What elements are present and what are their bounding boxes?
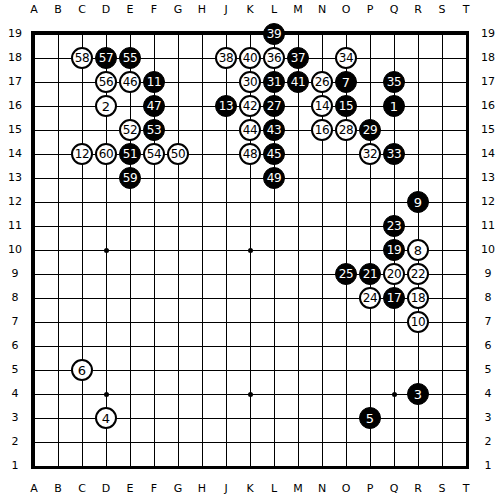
stone-black-19: 19	[383, 239, 405, 261]
row-label-left: 5	[3, 362, 27, 378]
stone-number: 14	[315, 99, 329, 113]
stone-number: 39	[267, 27, 281, 41]
stone-black-39: 39	[263, 23, 285, 45]
stone-white-48: 48	[239, 143, 261, 165]
column-label-top: R	[406, 2, 430, 18]
row-label-left: 18	[3, 50, 27, 66]
row-label-left: 19	[3, 26, 27, 42]
stone-white-2: 2	[95, 95, 117, 117]
stone-number: 7	[342, 74, 350, 89]
stone-number: 59	[123, 171, 137, 185]
row-label-right: 16	[476, 98, 500, 114]
stone-black-53: 53	[143, 119, 165, 141]
stone-white-24: 24	[359, 287, 381, 309]
stone-white-4: 4	[95, 407, 117, 429]
stone-number: 12	[75, 147, 89, 161]
column-label-top: Q	[382, 2, 406, 18]
stone-number: 29	[363, 123, 377, 137]
column-label-top: K	[238, 2, 262, 18]
stone-white-50: 50	[167, 143, 189, 165]
column-label-bottom: P	[358, 481, 382, 497]
column-label-top: A	[22, 2, 46, 18]
column-label-top: T	[454, 2, 478, 18]
column-label-top: E	[118, 2, 142, 18]
column-label-bottom: G	[166, 481, 190, 497]
stone-white-60: 60	[95, 143, 117, 165]
column-label-top: D	[94, 2, 118, 18]
stone-black-21: 21	[359, 263, 381, 285]
stone-number: 19	[387, 243, 401, 257]
stone-number: 11	[147, 75, 161, 89]
stone-black-47: 47	[143, 95, 165, 117]
stone-black-27: 27	[263, 95, 285, 117]
stone-number: 43	[267, 123, 281, 137]
row-label-left: 15	[3, 122, 27, 138]
stone-white-52: 52	[119, 119, 141, 141]
stone-number: 48	[243, 147, 257, 161]
stone-black-45: 45	[263, 143, 285, 165]
star-point-D10	[104, 248, 109, 253]
row-label-left: 11	[3, 218, 27, 234]
stone-number: 25	[339, 267, 353, 281]
stone-number: 6	[78, 362, 86, 377]
star-point-Q4	[392, 392, 397, 397]
stone-number: 23	[387, 219, 401, 233]
stone-white-42: 42	[239, 95, 261, 117]
stone-black-31: 31	[263, 71, 285, 93]
column-label-bottom: K	[238, 481, 262, 497]
stone-number: 20	[387, 267, 401, 281]
row-label-right: 12	[476, 194, 500, 210]
column-label-bottom: B	[46, 481, 70, 497]
stone-black-3: 3	[407, 383, 429, 405]
stone-number: 34	[339, 51, 353, 65]
row-label-right: 6	[476, 338, 500, 354]
row-label-right: 9	[476, 266, 500, 282]
stone-number: 17	[387, 291, 401, 305]
row-label-left: 17	[3, 74, 27, 90]
column-label-top: H	[190, 2, 214, 18]
stone-number: 38	[219, 51, 233, 65]
stone-black-37: 37	[287, 47, 309, 69]
column-label-bottom: N	[310, 481, 334, 497]
column-label-bottom: J	[214, 481, 238, 497]
stone-white-58: 58	[71, 47, 93, 69]
stone-number: 56	[99, 75, 113, 89]
column-label-top: O	[334, 2, 358, 18]
star-point-D4	[104, 392, 109, 397]
stone-white-22: 22	[407, 263, 429, 285]
stone-number: 60	[99, 147, 113, 161]
row-label-right: 1	[476, 458, 500, 474]
stone-black-43: 43	[263, 119, 285, 141]
column-label-bottom: F	[142, 481, 166, 497]
stone-black-5: 5	[359, 407, 381, 429]
row-label-right: 3	[476, 410, 500, 426]
row-label-right: 5	[476, 362, 500, 378]
column-label-bottom: M	[286, 481, 310, 497]
stone-number: 37	[291, 51, 305, 65]
column-label-top: G	[166, 2, 190, 18]
stone-number: 52	[123, 123, 137, 137]
row-label-right: 18	[476, 50, 500, 66]
stone-number: 4	[102, 410, 110, 425]
stone-number: 2	[102, 98, 110, 113]
row-label-right: 11	[476, 218, 500, 234]
stone-number: 31	[267, 75, 281, 89]
stone-number: 27	[267, 99, 281, 113]
stone-black-1: 1	[383, 95, 405, 117]
stone-white-18: 18	[407, 287, 429, 309]
row-label-left: 8	[3, 290, 27, 306]
column-label-top: P	[358, 2, 382, 18]
column-label-top: F	[142, 2, 166, 18]
row-label-right: 15	[476, 122, 500, 138]
column-label-top: N	[310, 2, 334, 18]
row-label-left: 14	[3, 146, 27, 162]
row-label-left: 4	[3, 386, 27, 402]
stone-number: 32	[363, 147, 377, 161]
stone-number: 16	[315, 123, 329, 137]
stone-black-11: 11	[143, 71, 165, 93]
stone-white-46: 46	[119, 71, 141, 93]
stone-white-44: 44	[239, 119, 261, 141]
stone-number: 36	[267, 51, 281, 65]
row-label-right: 7	[476, 314, 500, 330]
row-label-right: 13	[476, 170, 500, 186]
stone-white-8: 8	[407, 239, 429, 261]
stone-number: 53	[147, 123, 161, 137]
stone-number: 50	[171, 147, 185, 161]
stone-number: 24	[363, 291, 377, 305]
row-label-right: 8	[476, 290, 500, 306]
stone-number: 13	[219, 99, 233, 113]
stone-number: 30	[243, 75, 257, 89]
row-label-left: 3	[3, 410, 27, 426]
stone-number: 10	[411, 315, 425, 329]
stone-number: 5	[366, 410, 374, 425]
column-label-top: J	[214, 2, 238, 18]
row-label-left: 1	[3, 458, 27, 474]
stone-number: 3	[414, 386, 422, 401]
stone-black-23: 23	[383, 215, 405, 237]
column-label-bottom: S	[430, 481, 454, 497]
go-board: AABBCCDDEEFFGGHHJJKKLLMMNNOOPPQQRRSSTT19…	[0, 0, 500, 500]
stone-white-56: 56	[95, 71, 117, 93]
star-point-K10	[248, 248, 253, 253]
stone-white-38: 38	[215, 47, 237, 69]
row-label-left: 10	[3, 242, 27, 258]
row-label-right: 14	[476, 146, 500, 162]
star-point-K4	[248, 392, 253, 397]
stone-white-54: 54	[143, 143, 165, 165]
column-label-bottom: R	[406, 481, 430, 497]
column-label-bottom: H	[190, 481, 214, 497]
stone-white-6: 6	[71, 359, 93, 381]
row-label-right: 19	[476, 26, 500, 42]
stone-black-59: 59	[119, 167, 141, 189]
stone-white-10: 10	[407, 311, 429, 333]
row-label-left: 7	[3, 314, 27, 330]
row-label-right: 4	[476, 386, 500, 402]
stone-number: 21	[363, 267, 377, 281]
column-label-top: L	[262, 2, 286, 18]
stone-number: 55	[123, 51, 137, 65]
column-label-bottom: A	[22, 481, 46, 497]
row-label-left: 16	[3, 98, 27, 114]
column-label-top: S	[430, 2, 454, 18]
stone-number: 46	[123, 75, 137, 89]
column-label-bottom: D	[94, 481, 118, 497]
stone-white-28: 28	[335, 119, 357, 141]
stone-number: 51	[123, 147, 137, 161]
stone-number: 47	[147, 99, 161, 113]
column-label-bottom: O	[334, 481, 358, 497]
stone-number: 45	[267, 147, 281, 161]
stone-number: 41	[291, 75, 305, 89]
stone-white-16: 16	[311, 119, 333, 141]
row-label-left: 9	[3, 266, 27, 282]
stone-black-25: 25	[335, 263, 357, 285]
stone-white-20: 20	[383, 263, 405, 285]
stone-number: 35	[387, 75, 401, 89]
row-label-right: 10	[476, 242, 500, 258]
row-label-left: 6	[3, 338, 27, 354]
stone-number: 22	[411, 267, 425, 281]
column-label-bottom: L	[262, 481, 286, 497]
stone-white-40: 40	[239, 47, 261, 69]
stone-black-55: 55	[119, 47, 141, 69]
stone-black-35: 35	[383, 71, 405, 93]
stone-black-9: 9	[407, 191, 429, 213]
stone-white-14: 14	[311, 95, 333, 117]
stone-black-49: 49	[263, 167, 285, 189]
row-label-left: 13	[3, 170, 27, 186]
stone-number: 26	[315, 75, 329, 89]
stone-white-12: 12	[71, 143, 93, 165]
stone-number: 1	[390, 98, 398, 113]
stone-black-33: 33	[383, 143, 405, 165]
stone-white-26: 26	[311, 71, 333, 93]
stone-black-13: 13	[215, 95, 237, 117]
column-label-top: B	[46, 2, 70, 18]
column-label-bottom: C	[70, 481, 94, 497]
stone-number: 44	[243, 123, 257, 137]
stone-number: 18	[411, 291, 425, 305]
column-label-bottom: T	[454, 481, 478, 497]
stone-white-36: 36	[263, 47, 285, 69]
stone-white-30: 30	[239, 71, 261, 93]
stone-number: 33	[387, 147, 401, 161]
stone-number: 9	[414, 194, 422, 209]
stone-number: 40	[243, 51, 257, 65]
stone-number: 15	[339, 99, 353, 113]
row-label-left: 2	[3, 434, 27, 450]
stone-black-29: 29	[359, 119, 381, 141]
stone-number: 54	[147, 147, 161, 161]
row-label-right: 17	[476, 74, 500, 90]
stone-black-15: 15	[335, 95, 357, 117]
column-label-top: M	[286, 2, 310, 18]
stone-white-32: 32	[359, 143, 381, 165]
stone-black-51: 51	[119, 143, 141, 165]
stone-black-41: 41	[287, 71, 309, 93]
row-label-right: 2	[476, 434, 500, 450]
stone-number: 49	[267, 171, 281, 185]
stone-number: 28	[339, 123, 353, 137]
column-label-bottom: E	[118, 481, 142, 497]
stone-number: 8	[414, 242, 422, 257]
stone-black-7: 7	[335, 71, 357, 93]
stone-number: 42	[243, 99, 257, 113]
stone-black-57: 57	[95, 47, 117, 69]
column-label-top: C	[70, 2, 94, 18]
stone-white-34: 34	[335, 47, 357, 69]
column-label-bottom: Q	[382, 481, 406, 497]
stone-number: 57	[99, 51, 113, 65]
stone-black-17: 17	[383, 287, 405, 309]
row-label-left: 12	[3, 194, 27, 210]
stone-number: 58	[75, 51, 89, 65]
